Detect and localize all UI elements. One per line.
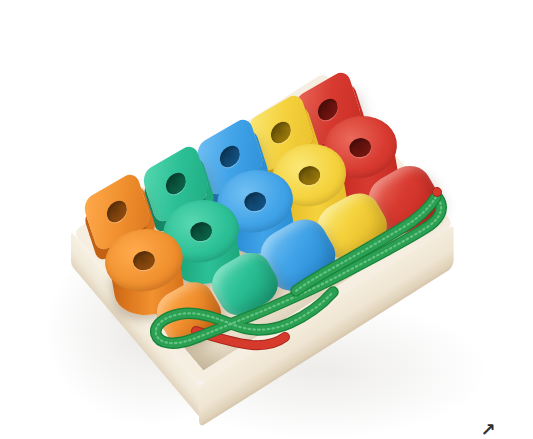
bead-hole	[217, 142, 242, 171]
bead-hole	[189, 220, 214, 243]
bead-hole	[297, 164, 322, 187]
expand-icon[interactable]: ↗	[475, 418, 501, 439]
product-photo: ↗	[0, 0, 533, 439]
bead-hole	[163, 169, 188, 198]
bead-hole	[268, 118, 293, 147]
bead-hole	[348, 136, 373, 159]
bead-hole	[132, 249, 157, 272]
bead-hole	[104, 197, 129, 226]
bead-hole	[243, 190, 268, 213]
